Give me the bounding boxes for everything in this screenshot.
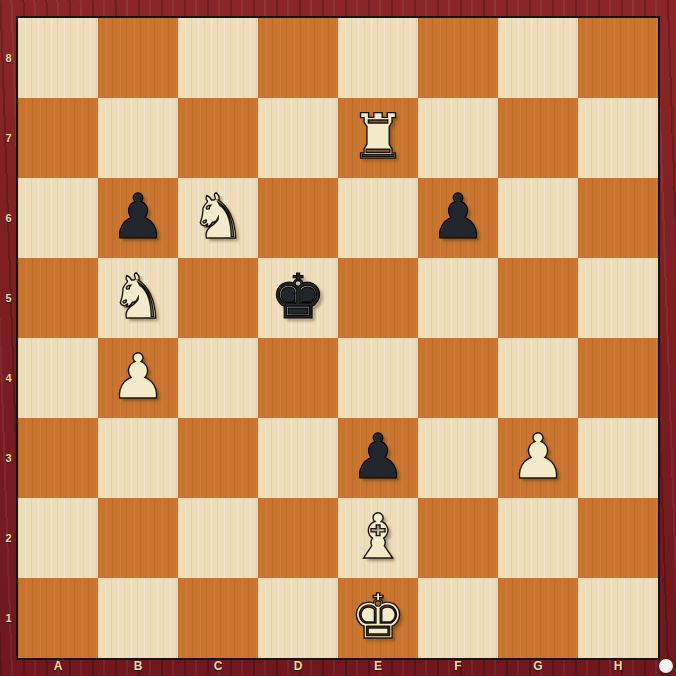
square-h4[interactable]: [578, 338, 658, 418]
square-h3[interactable]: [578, 418, 658, 498]
square-e7[interactable]: ♜: [338, 98, 418, 178]
square-g6[interactable]: [498, 178, 578, 258]
square-b5[interactable]: ♞: [98, 258, 178, 338]
square-d2[interactable]: [258, 498, 338, 578]
piece-white-bishop[interactable]: ♝: [338, 498, 418, 578]
square-b7[interactable]: [98, 98, 178, 178]
square-b1[interactable]: [98, 578, 178, 658]
square-a8[interactable]: [18, 18, 98, 98]
square-a3[interactable]: [18, 418, 98, 498]
square-d3[interactable]: [258, 418, 338, 498]
square-a2[interactable]: [18, 498, 98, 578]
square-g7[interactable]: [498, 98, 578, 178]
square-f8[interactable]: [418, 18, 498, 98]
square-d6[interactable]: [258, 178, 338, 258]
square-c3[interactable]: [178, 418, 258, 498]
square-b2[interactable]: [98, 498, 178, 578]
board-frame: ♜♟♞♟♞♚♟♟♟♝♚ 87654321 ABCDEFGH: [0, 0, 676, 676]
square-c7[interactable]: [178, 98, 258, 178]
piece-black-king[interactable]: ♚: [258, 258, 338, 338]
square-d7[interactable]: [258, 98, 338, 178]
square-b8[interactable]: [98, 18, 178, 98]
file-label-d: D: [258, 658, 338, 676]
square-c5[interactable]: [178, 258, 258, 338]
file-label-f: F: [418, 658, 498, 676]
file-label-c: C: [178, 658, 258, 676]
square-b3[interactable]: [98, 418, 178, 498]
square-g3[interactable]: ♟: [498, 418, 578, 498]
square-a7[interactable]: [18, 98, 98, 178]
file-label-g: G: [498, 658, 578, 676]
file-label-b: B: [98, 658, 178, 676]
square-h8[interactable]: [578, 18, 658, 98]
square-f5[interactable]: [418, 258, 498, 338]
square-f3[interactable]: [418, 418, 498, 498]
square-a5[interactable]: [18, 258, 98, 338]
square-c6[interactable]: ♞: [178, 178, 258, 258]
square-h5[interactable]: [578, 258, 658, 338]
chess-board: ♜♟♞♟♞♚♟♟♟♝♚: [16, 16, 660, 660]
square-g5[interactable]: [498, 258, 578, 338]
rank-label-7: 7: [0, 98, 17, 178]
square-f6[interactable]: ♟: [418, 178, 498, 258]
piece-white-rook[interactable]: ♜: [338, 98, 418, 178]
square-f1[interactable]: [418, 578, 498, 658]
rank-label-5: 5: [0, 258, 17, 338]
square-g4[interactable]: [498, 338, 578, 418]
square-g2[interactable]: [498, 498, 578, 578]
piece-white-pawn[interactable]: ♟: [98, 338, 178, 418]
square-b4[interactable]: ♟: [98, 338, 178, 418]
square-g1[interactable]: [498, 578, 578, 658]
square-e1[interactable]: ♚: [338, 578, 418, 658]
square-c2[interactable]: [178, 498, 258, 578]
square-a1[interactable]: [18, 578, 98, 658]
rank-label-4: 4: [0, 338, 17, 418]
piece-white-pawn[interactable]: ♟: [498, 418, 578, 498]
square-e8[interactable]: [338, 18, 418, 98]
square-h6[interactable]: [578, 178, 658, 258]
square-e3[interactable]: ♟: [338, 418, 418, 498]
square-c8[interactable]: [178, 18, 258, 98]
square-d8[interactable]: [258, 18, 338, 98]
white-to-move-indicator-icon: [659, 659, 673, 673]
square-a4[interactable]: [18, 338, 98, 418]
square-e5[interactable]: [338, 258, 418, 338]
square-d1[interactable]: [258, 578, 338, 658]
piece-white-king[interactable]: ♚: [338, 578, 418, 658]
rank-label-6: 6: [0, 178, 17, 258]
square-b6[interactable]: ♟: [98, 178, 178, 258]
rank-label-1: 1: [0, 578, 17, 658]
square-f2[interactable]: [418, 498, 498, 578]
rank-label-8: 8: [0, 18, 17, 98]
square-d4[interactable]: [258, 338, 338, 418]
square-c1[interactable]: [178, 578, 258, 658]
piece-black-pawn[interactable]: ♟: [338, 418, 418, 498]
square-a6[interactable]: [18, 178, 98, 258]
square-f4[interactable]: [418, 338, 498, 418]
square-h2[interactable]: [578, 498, 658, 578]
file-label-h: H: [578, 658, 658, 676]
file-label-e: E: [338, 658, 418, 676]
piece-black-pawn[interactable]: ♟: [98, 178, 178, 258]
square-g8[interactable]: [498, 18, 578, 98]
rank-label-2: 2: [0, 498, 17, 578]
piece-white-knight[interactable]: ♞: [98, 258, 178, 338]
square-h7[interactable]: [578, 98, 658, 178]
square-e2[interactable]: ♝: [338, 498, 418, 578]
file-label-a: A: [18, 658, 98, 676]
rank-label-3: 3: [0, 418, 17, 498]
square-f7[interactable]: [418, 98, 498, 178]
square-e4[interactable]: [338, 338, 418, 418]
square-c4[interactable]: [178, 338, 258, 418]
square-h1[interactable]: [578, 578, 658, 658]
piece-black-pawn[interactable]: ♟: [418, 178, 498, 258]
piece-white-knight[interactable]: ♞: [178, 178, 258, 258]
square-e6[interactable]: [338, 178, 418, 258]
square-d5[interactable]: ♚: [258, 258, 338, 338]
